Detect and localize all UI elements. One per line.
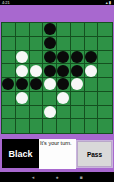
black-disc (85, 51, 97, 63)
black-disc (16, 78, 28, 90)
board-cell[interactable] (16, 106, 30, 120)
white-disc (71, 78, 83, 90)
board-cell[interactable] (43, 64, 57, 78)
current-player-label: Black (8, 149, 32, 159)
board-cell[interactable] (71, 106, 85, 120)
board-cell[interactable] (43, 23, 57, 37)
board-cell[interactable] (98, 106, 112, 120)
board-cell[interactable] (2, 119, 16, 133)
board-cell[interactable] (2, 78, 16, 92)
board-cell[interactable] (43, 78, 57, 92)
board-cell[interactable] (71, 37, 85, 51)
board-cell[interactable] (71, 92, 85, 106)
board-cell[interactable] (43, 37, 57, 51)
board (1, 22, 113, 134)
board-cell[interactable] (85, 37, 99, 51)
board-cell[interactable] (2, 92, 16, 106)
board-cell[interactable] (71, 23, 85, 37)
board-cell[interactable] (2, 106, 16, 120)
white-disc (44, 78, 56, 90)
white-disc (30, 65, 42, 77)
board-cell[interactable] (16, 51, 30, 65)
black-disc (57, 78, 69, 90)
board-cell[interactable] (57, 92, 71, 106)
board-cell[interactable] (2, 23, 16, 37)
board-cell[interactable] (57, 51, 71, 65)
back-icon[interactable]: ◂ (30, 172, 36, 182)
board-cell[interactable] (2, 37, 16, 51)
board-cell[interactable] (16, 23, 30, 37)
board-cell[interactable] (71, 51, 85, 65)
black-disc (44, 23, 56, 35)
board-cell[interactable] (16, 78, 30, 92)
pass-button[interactable]: Pass (77, 141, 112, 167)
board-cell[interactable] (98, 37, 112, 51)
board-cell[interactable] (85, 106, 99, 120)
board-cell[interactable] (16, 64, 30, 78)
board-cell[interactable] (98, 64, 112, 78)
board-cell[interactable] (85, 51, 99, 65)
board-cell[interactable] (57, 119, 71, 133)
board-cell[interactable] (98, 92, 112, 106)
board-cell[interactable] (16, 37, 30, 51)
board-cell[interactable] (57, 37, 71, 51)
home-icon[interactable]: ● (54, 172, 60, 182)
status-bar: 4:21 ▴▮ (0, 0, 114, 5)
android-nav-bar: ◂ ● ■ (0, 172, 114, 182)
board-cell[interactable] (30, 106, 44, 120)
black-disc (57, 51, 69, 63)
board-cell[interactable] (43, 106, 57, 120)
board-cell[interactable] (57, 106, 71, 120)
board-cell[interactable] (16, 119, 30, 133)
board-cell[interactable] (98, 119, 112, 133)
board-cell[interactable] (43, 51, 57, 65)
signal-battery-icons: ▴▮ (106, 0, 112, 5)
board-cell[interactable] (2, 51, 16, 65)
white-disc (44, 106, 56, 118)
board-cell[interactable] (71, 64, 85, 78)
board-cell[interactable] (98, 23, 112, 37)
board-cell[interactable] (71, 78, 85, 92)
board-cell[interactable] (30, 92, 44, 106)
black-disc (44, 65, 56, 77)
board-cell[interactable] (2, 64, 16, 78)
turn-message: It's your turn. (40, 140, 72, 146)
board-cell[interactable] (57, 23, 71, 37)
white-disc (57, 92, 69, 104)
board-cell[interactable] (43, 92, 57, 106)
board-cell[interactable] (30, 37, 44, 51)
board-cell[interactable] (30, 23, 44, 37)
black-disc (2, 78, 14, 90)
board-cell[interactable] (30, 119, 44, 133)
turn-message-panel: It's your turn. (39, 139, 76, 169)
black-disc (44, 37, 56, 49)
white-disc (16, 65, 28, 77)
white-disc (16, 92, 28, 104)
board-cell[interactable] (57, 64, 71, 78)
board-cell[interactable] (57, 78, 71, 92)
black-disc (71, 65, 83, 77)
board-cell[interactable] (43, 119, 57, 133)
board-cell[interactable] (85, 23, 99, 37)
white-disc (16, 51, 28, 63)
current-player-box: Black (2, 139, 39, 168)
board-cell[interactable] (30, 51, 44, 65)
board-cell[interactable] (30, 78, 44, 92)
board-cell[interactable] (71, 119, 85, 133)
board-cell[interactable] (30, 64, 44, 78)
black-disc (30, 78, 42, 90)
board-cell[interactable] (85, 64, 99, 78)
pass-button-label: Pass (87, 151, 102, 158)
status-time: 4:21 (2, 0, 10, 5)
board-cell[interactable] (98, 78, 112, 92)
board-cell[interactable] (85, 119, 99, 133)
board-cell[interactable] (85, 78, 99, 92)
board-cell[interactable] (16, 92, 30, 106)
board-cell[interactable] (98, 51, 112, 65)
black-disc (71, 51, 83, 63)
white-disc (85, 65, 97, 77)
black-disc (57, 65, 69, 77)
recents-icon[interactable]: ■ (78, 172, 84, 182)
board-cell[interactable] (85, 92, 99, 106)
black-disc (44, 51, 56, 63)
